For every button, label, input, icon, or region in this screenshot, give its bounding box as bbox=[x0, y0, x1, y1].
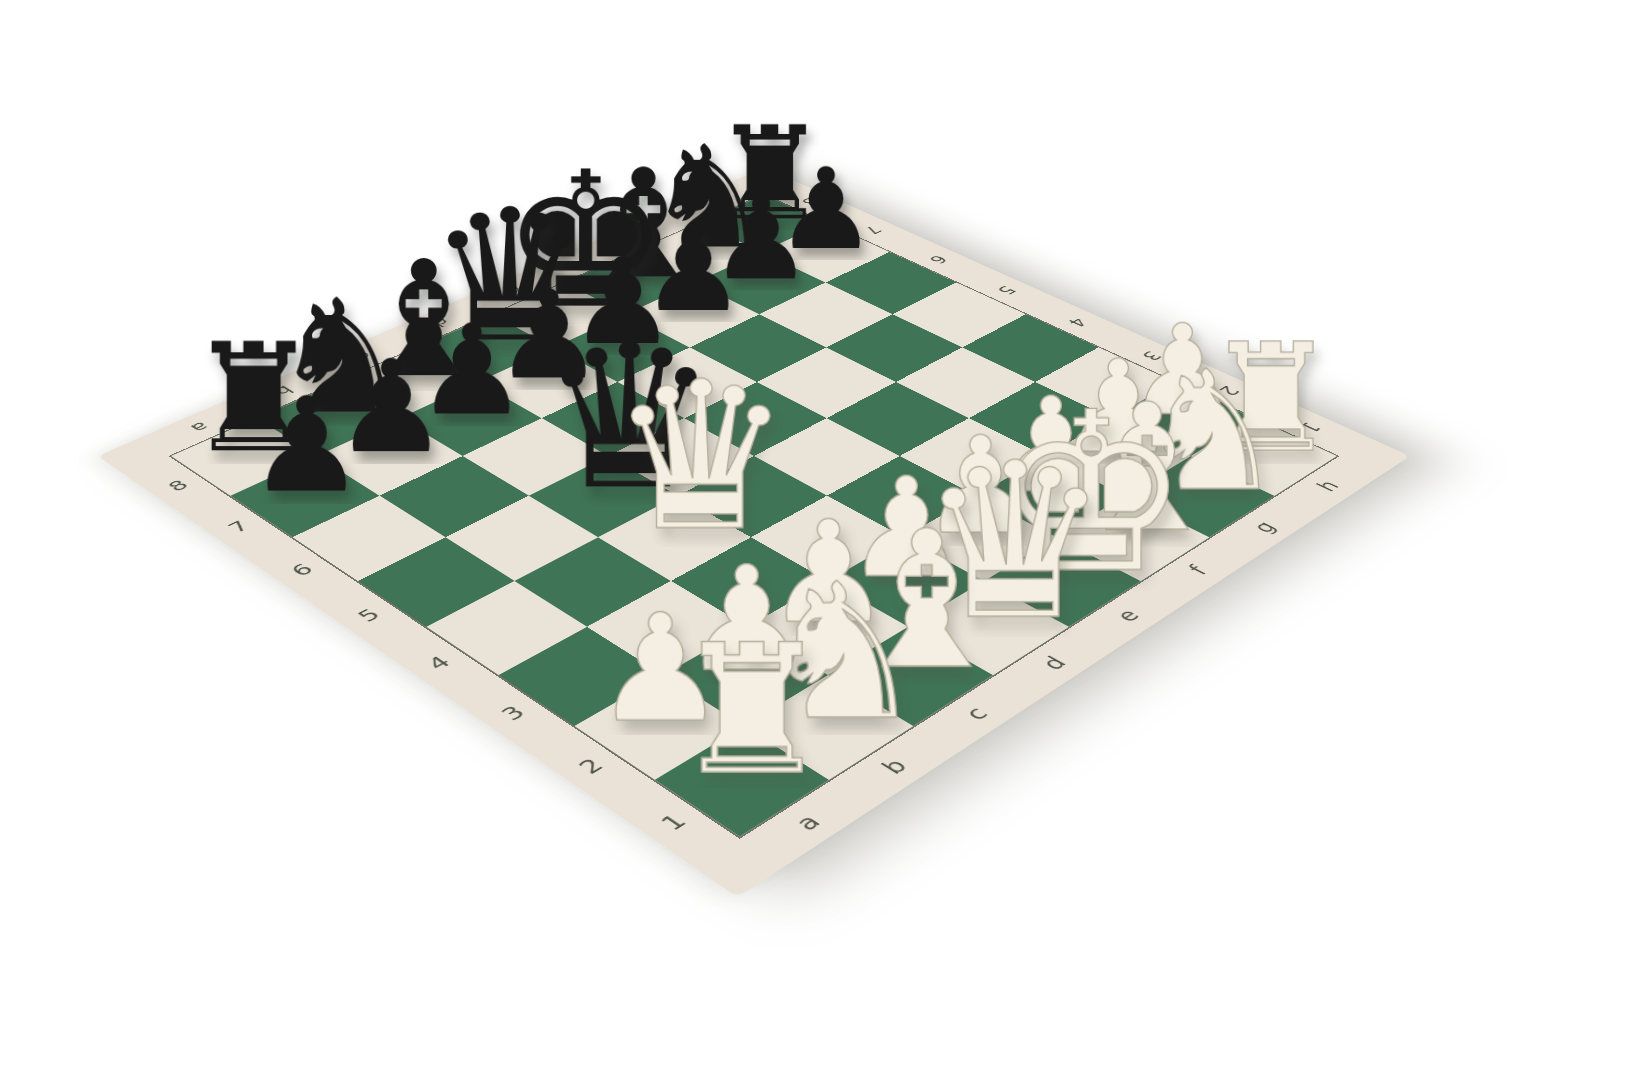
chess-mat: abcdefgh abcdefgh 87654321 87654321 ♜♞♝♛… bbox=[98, 167, 1410, 897]
piece-white-rook-a1[interactable]: ♜ bbox=[672, 620, 795, 799]
product-photo-scene: abcdefgh abcdefgh 87654321 87654321 ♜♞♝♛… bbox=[0, 0, 1632, 1084]
piece-white-queen-c4[interactable]: ♛ bbox=[609, 354, 717, 559]
piece-black-pawn-a7[interactable]: ♟ bbox=[248, 380, 353, 511]
chess-board: ♜♞♝♛♚♝♞♜♟♟♟♟♟♟♟♟♛♛♟♟♟♟♟♟♟♟♜♞♝♛♚♝♞♜ bbox=[171, 195, 1336, 837]
